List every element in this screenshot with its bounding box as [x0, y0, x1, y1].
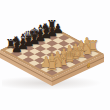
- black-bishop: ♝: [34, 24, 47, 37]
- black-bishop: ♝: [16, 33, 29, 46]
- black-rook: ♜: [46, 19, 59, 32]
- white-pawn: ♟: [74, 39, 88, 53]
- black-king: ♚: [28, 27, 41, 40]
- black-pawn: ♟: [16, 38, 29, 51]
- black-pawn: ♟: [45, 25, 58, 38]
- white-queen: ♛: [62, 50, 77, 65]
- white-pawn: ♟: [80, 36, 94, 50]
- black-knight: ♞: [40, 22, 53, 35]
- black-rook: ♜: [5, 38, 18, 51]
- black-pawn: ♟: [34, 30, 47, 43]
- black-pawn: ♟: [28, 33, 41, 46]
- white-rook: ♜: [86, 39, 101, 54]
- white-pawn: ♟: [39, 55, 53, 69]
- white-knight: ♞: [50, 55, 65, 70]
- white-bishop: ♝: [56, 53, 71, 68]
- white-knight: ♞: [80, 42, 95, 57]
- pieces-layer: ♜♞♝♛♚♝♞♜♟♟♟♟♟♟♟♟♟♟♟♟♟♟♟♟♜♞♝♛♚♝♞♜: [0, 0, 110, 110]
- white-pawn: ♟: [51, 50, 65, 64]
- black-pawn: ♟: [22, 35, 35, 48]
- black-knight: ♞: [11, 35, 24, 48]
- white-pawn: ♟: [62, 44, 76, 58]
- black-pawn: ♟: [10, 41, 23, 54]
- white-king: ♚: [68, 47, 83, 62]
- black-queen: ♛: [22, 30, 35, 43]
- white-pawn: ♟: [45, 52, 59, 66]
- white-bishop: ♝: [74, 45, 89, 60]
- white-pawn: ♟: [56, 47, 70, 61]
- white-rook: ♜: [45, 58, 60, 73]
- black-pawn: ♟: [40, 27, 53, 40]
- black-pawn: ♟: [51, 22, 64, 35]
- white-pawn: ♟: [68, 42, 82, 56]
- chess-set-product-photo: ♜♞♝♛♚♝♞♜♟♟♟♟♟♟♟♟♟♟♟♟♟♟♟♟♜♞♝♛♚♝♞♜: [0, 0, 110, 110]
